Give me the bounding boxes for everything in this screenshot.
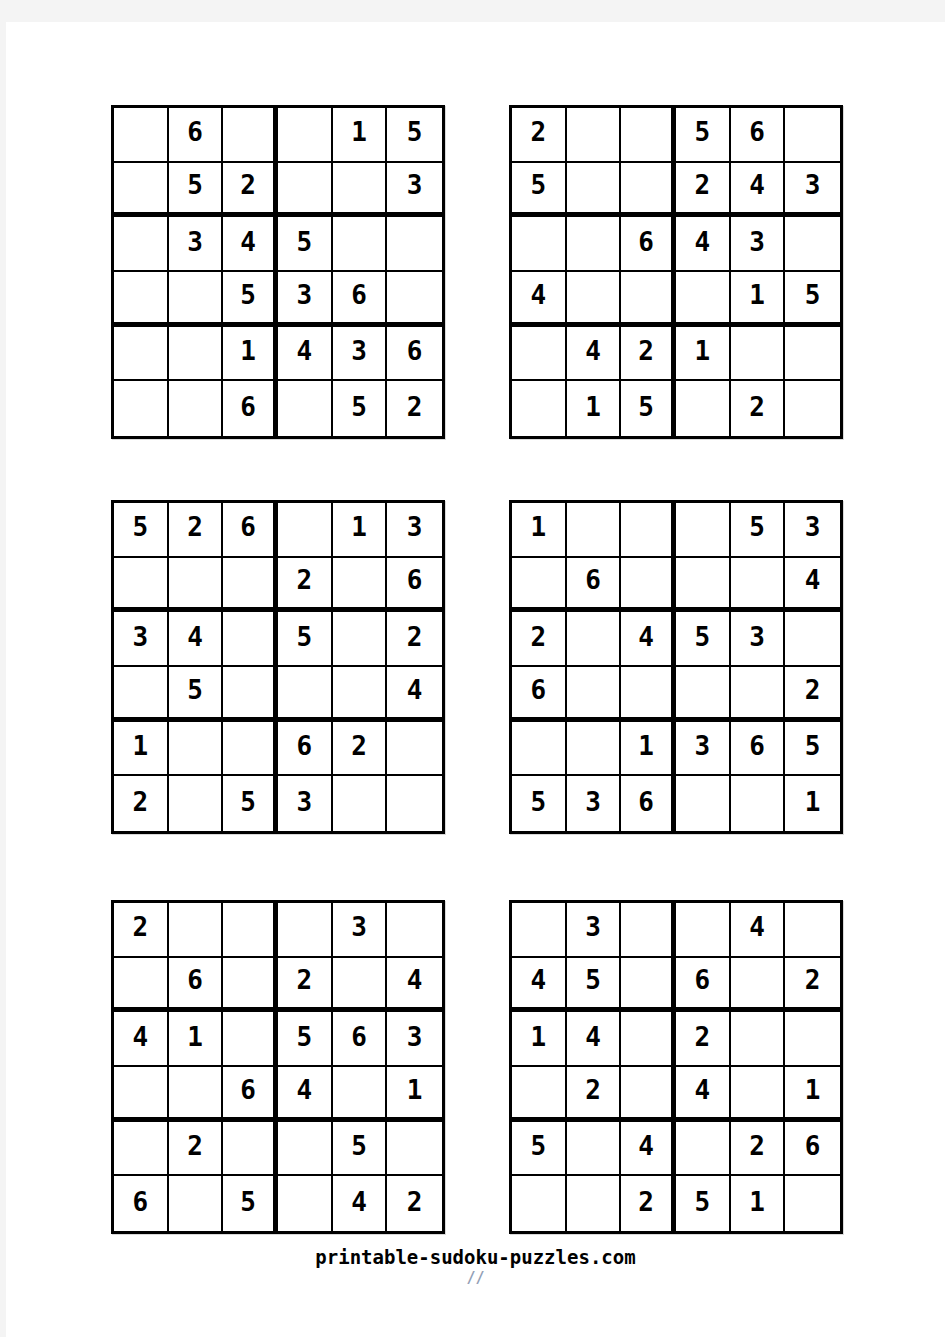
given-cell: 2 bbox=[621, 327, 676, 382]
given-cell: 4 bbox=[676, 1067, 731, 1122]
given-cell: 2 bbox=[223, 163, 278, 218]
given-cell: 6 bbox=[333, 272, 388, 327]
given-cell: 4 bbox=[512, 272, 567, 327]
given-cell: 1 bbox=[785, 776, 840, 831]
given-cell: 6 bbox=[333, 1012, 388, 1067]
empty-cell bbox=[223, 722, 278, 777]
given-cell: 1 bbox=[114, 722, 169, 777]
given-cell: 1 bbox=[731, 1176, 786, 1231]
given-cell: 1 bbox=[512, 503, 567, 558]
given-cell: 4 bbox=[785, 558, 840, 613]
empty-cell bbox=[731, 1012, 786, 1067]
empty-cell bbox=[621, 958, 676, 1013]
given-cell: 2 bbox=[278, 958, 333, 1013]
given-cell: 1 bbox=[387, 1067, 442, 1122]
given-cell: 5 bbox=[223, 776, 278, 831]
given-cell: 5 bbox=[114, 503, 169, 558]
empty-cell bbox=[169, 903, 224, 958]
empty-cell bbox=[278, 1122, 333, 1177]
empty-cell bbox=[114, 1067, 169, 1122]
page-footer: printable-sudoku-puzzles.com // bbox=[6, 1246, 945, 1287]
empty-cell bbox=[333, 667, 388, 722]
empty-cell bbox=[731, 776, 786, 831]
given-cell: 6 bbox=[223, 1067, 278, 1122]
empty-cell bbox=[169, 1067, 224, 1122]
empty-cell bbox=[785, 381, 840, 436]
given-cell: 5 bbox=[512, 776, 567, 831]
given-cell: 6 bbox=[512, 667, 567, 722]
empty-cell bbox=[278, 903, 333, 958]
given-cell: 4 bbox=[114, 1012, 169, 1067]
given-cell: 6 bbox=[169, 108, 224, 163]
empty-cell bbox=[223, 958, 278, 1013]
given-cell: 3 bbox=[169, 217, 224, 272]
empty-cell bbox=[333, 776, 388, 831]
given-cell: 1 bbox=[512, 1012, 567, 1067]
given-cell: 2 bbox=[114, 903, 169, 958]
empty-cell bbox=[169, 381, 224, 436]
given-cell: 3 bbox=[278, 776, 333, 831]
given-cell: 2 bbox=[567, 1067, 622, 1122]
slashes-text: // bbox=[6, 1269, 945, 1287]
empty-cell bbox=[387, 722, 442, 777]
sudoku-grid-1: 6155233455361436652 bbox=[111, 105, 445, 439]
given-cell: 2 bbox=[731, 1122, 786, 1177]
empty-cell bbox=[114, 958, 169, 1013]
empty-cell bbox=[333, 1067, 388, 1122]
given-cell: 6 bbox=[278, 722, 333, 777]
empty-cell bbox=[785, 1012, 840, 1067]
empty-cell bbox=[278, 381, 333, 436]
given-cell: 3 bbox=[567, 903, 622, 958]
given-cell: 6 bbox=[731, 108, 786, 163]
empty-cell bbox=[114, 1122, 169, 1177]
given-cell: 5 bbox=[278, 1012, 333, 1067]
given-cell: 2 bbox=[621, 1176, 676, 1231]
empty-cell bbox=[169, 776, 224, 831]
empty-cell bbox=[169, 272, 224, 327]
given-cell: 6 bbox=[387, 558, 442, 613]
empty-cell bbox=[567, 163, 622, 218]
given-cell: 6 bbox=[114, 1176, 169, 1231]
empty-cell bbox=[114, 163, 169, 218]
empty-cell bbox=[387, 1122, 442, 1177]
empty-cell bbox=[387, 776, 442, 831]
given-cell: 5 bbox=[512, 1122, 567, 1177]
given-cell: 4 bbox=[731, 903, 786, 958]
empty-cell bbox=[621, 1012, 676, 1067]
given-cell: 1 bbox=[223, 327, 278, 382]
given-cell: 3 bbox=[676, 722, 731, 777]
given-cell: 4 bbox=[278, 1067, 333, 1122]
given-cell: 5 bbox=[169, 163, 224, 218]
empty-cell bbox=[114, 217, 169, 272]
given-cell: 2 bbox=[387, 381, 442, 436]
given-cell: 3 bbox=[731, 612, 786, 667]
given-cell: 2 bbox=[387, 612, 442, 667]
given-cell: 6 bbox=[387, 327, 442, 382]
empty-cell bbox=[114, 558, 169, 613]
given-cell: 3 bbox=[731, 217, 786, 272]
empty-cell bbox=[567, 722, 622, 777]
given-cell: 2 bbox=[169, 503, 224, 558]
empty-cell bbox=[114, 272, 169, 327]
given-cell: 4 bbox=[223, 217, 278, 272]
given-cell: 2 bbox=[785, 667, 840, 722]
empty-cell bbox=[278, 108, 333, 163]
empty-cell bbox=[169, 1176, 224, 1231]
empty-cell bbox=[333, 958, 388, 1013]
given-cell: 3 bbox=[114, 612, 169, 667]
given-cell: 2 bbox=[387, 1176, 442, 1231]
given-cell: 5 bbox=[223, 1176, 278, 1231]
empty-cell bbox=[333, 612, 388, 667]
given-cell: 3 bbox=[333, 903, 388, 958]
given-cell: 4 bbox=[731, 163, 786, 218]
empty-cell bbox=[512, 381, 567, 436]
empty-cell bbox=[169, 722, 224, 777]
empty-cell bbox=[223, 667, 278, 722]
given-cell: 5 bbox=[169, 667, 224, 722]
given-cell: 2 bbox=[114, 776, 169, 831]
empty-cell bbox=[676, 667, 731, 722]
given-cell: 6 bbox=[731, 722, 786, 777]
empty-cell bbox=[512, 1176, 567, 1231]
given-cell: 4 bbox=[512, 958, 567, 1013]
empty-cell bbox=[512, 558, 567, 613]
given-cell: 6 bbox=[621, 776, 676, 831]
empty-cell bbox=[731, 558, 786, 613]
empty-cell bbox=[731, 1067, 786, 1122]
given-cell: 5 bbox=[223, 272, 278, 327]
given-cell: 2 bbox=[676, 163, 731, 218]
sudoku-grid-6: 3445621422415426251 bbox=[509, 900, 843, 1234]
given-cell: 2 bbox=[731, 381, 786, 436]
empty-cell bbox=[114, 381, 169, 436]
given-cell: 4 bbox=[169, 612, 224, 667]
given-cell: 3 bbox=[387, 503, 442, 558]
empty-cell bbox=[512, 217, 567, 272]
empty-cell bbox=[785, 217, 840, 272]
empty-cell bbox=[567, 667, 622, 722]
given-cell: 4 bbox=[621, 612, 676, 667]
empty-cell bbox=[621, 667, 676, 722]
empty-cell bbox=[621, 1067, 676, 1122]
empty-cell bbox=[567, 272, 622, 327]
empty-cell bbox=[223, 903, 278, 958]
empty-cell bbox=[621, 108, 676, 163]
empty-cell bbox=[333, 558, 388, 613]
given-cell: 5 bbox=[278, 217, 333, 272]
empty-cell bbox=[676, 503, 731, 558]
empty-cell bbox=[114, 108, 169, 163]
given-cell: 3 bbox=[785, 163, 840, 218]
empty-cell bbox=[512, 903, 567, 958]
empty-cell bbox=[567, 1176, 622, 1231]
given-cell: 2 bbox=[676, 1012, 731, 1067]
empty-cell bbox=[785, 327, 840, 382]
empty-cell bbox=[676, 903, 731, 958]
site-name-text: printable-sudoku-puzzles.com bbox=[6, 1246, 945, 1268]
given-cell: 4 bbox=[333, 1176, 388, 1231]
given-cell: 1 bbox=[333, 503, 388, 558]
empty-cell bbox=[278, 163, 333, 218]
given-cell: 6 bbox=[676, 958, 731, 1013]
sudoku-grid-2: 2565243643415421152 bbox=[509, 105, 843, 439]
given-cell: 1 bbox=[567, 381, 622, 436]
given-cell: 5 bbox=[676, 1176, 731, 1231]
empty-cell bbox=[621, 163, 676, 218]
empty-cell bbox=[278, 503, 333, 558]
given-cell: 4 bbox=[567, 1012, 622, 1067]
empty-cell bbox=[785, 1176, 840, 1231]
empty-cell bbox=[512, 722, 567, 777]
given-cell: 2 bbox=[169, 1122, 224, 1177]
given-cell: 1 bbox=[621, 722, 676, 777]
given-cell: 1 bbox=[785, 1067, 840, 1122]
empty-cell bbox=[512, 1067, 567, 1122]
empty-cell bbox=[676, 776, 731, 831]
given-cell: 5 bbox=[333, 1122, 388, 1177]
empty-cell bbox=[387, 903, 442, 958]
empty-cell bbox=[278, 1176, 333, 1231]
empty-cell bbox=[621, 903, 676, 958]
given-cell: 6 bbox=[621, 217, 676, 272]
empty-cell bbox=[621, 503, 676, 558]
given-cell: 5 bbox=[731, 503, 786, 558]
given-cell: 6 bbox=[169, 958, 224, 1013]
given-cell: 3 bbox=[567, 776, 622, 831]
empty-cell bbox=[731, 667, 786, 722]
empty-cell bbox=[676, 558, 731, 613]
sudoku-grid-3: 5261326345254162253 bbox=[111, 500, 445, 834]
empty-cell bbox=[223, 108, 278, 163]
given-cell: 1 bbox=[333, 108, 388, 163]
given-cell: 2 bbox=[512, 612, 567, 667]
empty-cell bbox=[223, 1012, 278, 1067]
empty-cell bbox=[223, 558, 278, 613]
given-cell: 5 bbox=[333, 381, 388, 436]
given-cell: 3 bbox=[333, 327, 388, 382]
given-cell: 3 bbox=[278, 272, 333, 327]
empty-cell bbox=[567, 217, 622, 272]
empty-cell bbox=[621, 272, 676, 327]
empty-cell bbox=[567, 612, 622, 667]
given-cell: 4 bbox=[278, 327, 333, 382]
empty-cell bbox=[676, 1122, 731, 1177]
empty-cell bbox=[333, 163, 388, 218]
given-cell: 1 bbox=[169, 1012, 224, 1067]
empty-cell bbox=[731, 327, 786, 382]
given-cell: 3 bbox=[387, 1012, 442, 1067]
given-cell: 6 bbox=[223, 381, 278, 436]
given-cell: 5 bbox=[676, 108, 731, 163]
empty-cell bbox=[387, 272, 442, 327]
empty-cell bbox=[512, 327, 567, 382]
given-cell: 4 bbox=[621, 1122, 676, 1177]
given-cell: 1 bbox=[731, 272, 786, 327]
given-cell: 3 bbox=[387, 163, 442, 218]
given-cell: 4 bbox=[387, 667, 442, 722]
empty-cell bbox=[387, 217, 442, 272]
empty-cell bbox=[785, 108, 840, 163]
empty-cell bbox=[567, 108, 622, 163]
given-cell: 6 bbox=[785, 1122, 840, 1177]
given-cell: 4 bbox=[676, 217, 731, 272]
empty-cell bbox=[223, 1122, 278, 1177]
empty-cell bbox=[785, 612, 840, 667]
sudoku-grid-5: 2362441563641256542 bbox=[111, 900, 445, 1234]
empty-cell bbox=[223, 612, 278, 667]
empty-cell bbox=[114, 327, 169, 382]
given-cell: 2 bbox=[512, 108, 567, 163]
empty-cell bbox=[278, 667, 333, 722]
given-cell: 5 bbox=[676, 612, 731, 667]
given-cell: 2 bbox=[785, 958, 840, 1013]
given-cell: 1 bbox=[676, 327, 731, 382]
empty-cell bbox=[114, 667, 169, 722]
given-cell: 4 bbox=[567, 327, 622, 382]
given-cell: 6 bbox=[567, 558, 622, 613]
empty-cell bbox=[333, 217, 388, 272]
empty-cell bbox=[169, 558, 224, 613]
given-cell: 5 bbox=[567, 958, 622, 1013]
given-cell: 5 bbox=[278, 612, 333, 667]
given-cell: 6 bbox=[223, 503, 278, 558]
given-cell: 5 bbox=[785, 272, 840, 327]
empty-cell bbox=[676, 381, 731, 436]
given-cell: 3 bbox=[785, 503, 840, 558]
given-cell: 2 bbox=[333, 722, 388, 777]
given-cell: 5 bbox=[512, 163, 567, 218]
given-cell: 5 bbox=[785, 722, 840, 777]
empty-cell bbox=[731, 958, 786, 1013]
given-cell: 2 bbox=[278, 558, 333, 613]
empty-cell bbox=[676, 272, 731, 327]
given-cell: 5 bbox=[621, 381, 676, 436]
empty-cell bbox=[169, 327, 224, 382]
empty-cell bbox=[567, 1122, 622, 1177]
given-cell: 5 bbox=[387, 108, 442, 163]
empty-cell bbox=[785, 903, 840, 958]
empty-cell bbox=[567, 503, 622, 558]
empty-cell bbox=[621, 558, 676, 613]
sudoku-grid-4: 1536424536213655361 bbox=[509, 500, 843, 834]
given-cell: 4 bbox=[387, 958, 442, 1013]
printable-sheet-page: 6155233455361436652 2565243643415421152 … bbox=[6, 22, 945, 1337]
